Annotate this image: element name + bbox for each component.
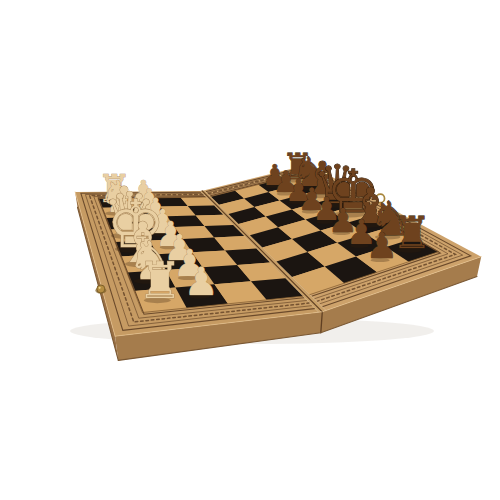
product-photo: ♜♟♞♟♝♟♟♜♛♟♟♞♚♟♟♝♝♟♟♛♞♟♟♚♜♟♟♝♟♞♟♜: [0, 0, 500, 500]
piece-black-rook-h8[interactable]: ♜: [392, 207, 432, 258]
piece-black-pawn-h7[interactable]: ♟: [366, 225, 398, 266]
piece-glyph-pawn: ♟: [184, 259, 219, 304]
piece-white-rook-h1[interactable]: ♜: [137, 251, 182, 310]
piece-white-pawn-h2[interactable]: ♟: [184, 259, 219, 304]
latch-shine: [99, 287, 101, 289]
piece-glyph-pawn: ♟: [366, 225, 398, 266]
piece-glyph-rook: ♜: [392, 207, 432, 258]
chess-board: ♜♟♞♟♝♟♟♜♛♟♟♞♚♟♟♝♝♟♟♛♞♟♟♚♜♟♟♝♟♞♟♜: [0, 0, 500, 500]
latch-ball: [97, 285, 105, 293]
piece-glyph-rook: ♜: [137, 251, 182, 310]
